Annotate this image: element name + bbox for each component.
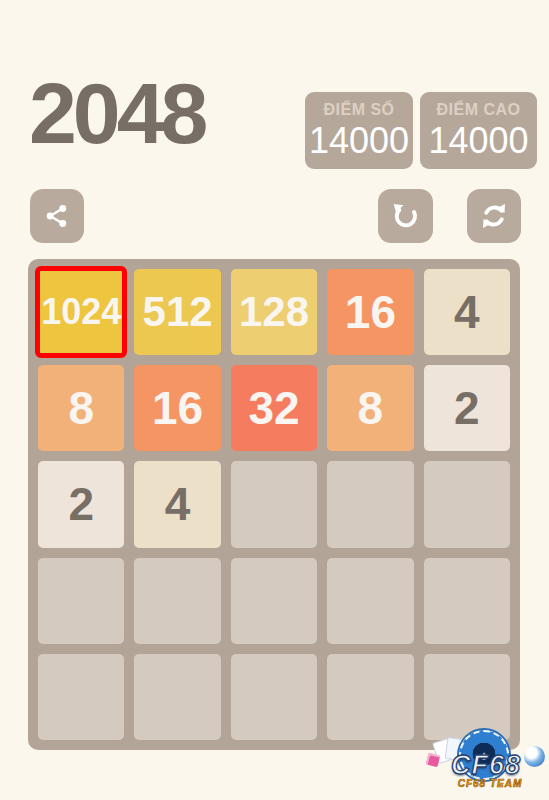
empty-cell	[134, 654, 220, 740]
tile-128: 128	[231, 269, 317, 355]
empty-cell	[424, 461, 510, 547]
score-label: ĐIỂM SỐ	[323, 101, 394, 119]
tile-2: 2	[424, 365, 510, 451]
cf68-watermark: ♠ CF68 CF68 TEAM	[425, 736, 547, 796]
empty-cell	[327, 654, 413, 740]
empty-cell	[231, 461, 317, 547]
empty-cell	[424, 558, 510, 644]
refresh-button[interactable]	[467, 189, 521, 243]
score-box: ĐIỂM SỐ 14000	[305, 92, 413, 169]
empty-cell	[231, 654, 317, 740]
empty-cell	[38, 654, 124, 740]
empty-cell	[424, 654, 510, 740]
best-score-label: ĐIỂM CAO	[437, 101, 521, 119]
undo-button[interactable]	[378, 189, 433, 243]
undo-icon	[390, 200, 422, 232]
game-screen: 2048 ĐIỂM SỐ 14000 ĐIỂM CAO 14000	[0, 0, 549, 800]
tile-8: 8	[38, 365, 124, 451]
empty-cell	[327, 461, 413, 547]
highlighted-tile-border	[35, 266, 127, 358]
tile-16: 16	[134, 365, 220, 451]
tile-2: 2	[38, 461, 124, 547]
watermark-team: CF68 TEAM	[433, 778, 547, 789]
watermark-brand: CF68	[429, 750, 543, 781]
tile-4: 4	[424, 269, 510, 355]
game-title: 2048	[29, 70, 204, 156]
score-value: 14000	[309, 119, 409, 162]
game-board[interactable]: 1024512128164816328224	[28, 259, 520, 750]
tile-8: 8	[327, 365, 413, 451]
tile-16: 16	[327, 269, 413, 355]
share-button[interactable]	[30, 189, 84, 243]
tile-32: 32	[231, 365, 317, 451]
empty-cell	[231, 558, 317, 644]
tile-4: 4	[134, 461, 220, 547]
empty-cell	[327, 558, 413, 644]
tile-512: 512	[134, 269, 220, 355]
best-score-box: ĐIỂM CAO 14000	[420, 92, 537, 169]
share-icon	[42, 201, 72, 231]
best-score-value: 14000	[428, 119, 528, 162]
empty-cell	[38, 558, 124, 644]
refresh-icon	[478, 200, 510, 232]
empty-cell	[134, 558, 220, 644]
tile-1024: 1024	[38, 269, 124, 355]
